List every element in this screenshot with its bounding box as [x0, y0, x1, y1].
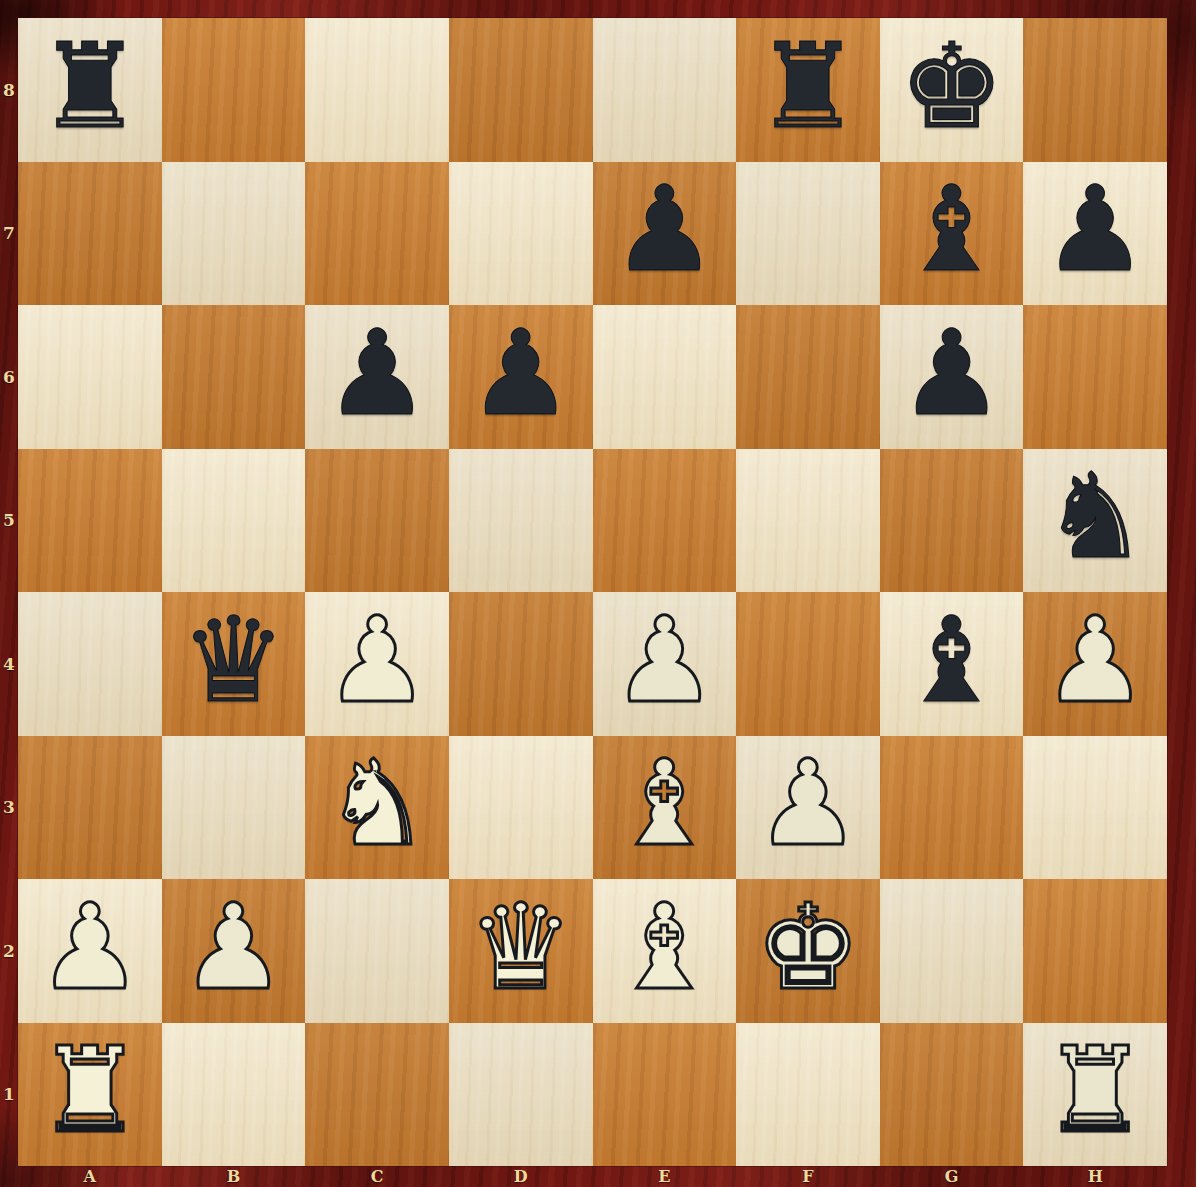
- square-c3[interactable]: ♞: [305, 736, 449, 880]
- square-c6[interactable]: ♟: [305, 305, 449, 449]
- square-e5[interactable]: [593, 449, 737, 593]
- square-e6[interactable]: [593, 305, 737, 449]
- square-b4[interactable]: ♛: [162, 592, 306, 736]
- square-a1[interactable]: ♜: [18, 1023, 162, 1167]
- square-f2[interactable]: ♚: [736, 879, 880, 1023]
- file-label-e: E: [593, 1166, 737, 1187]
- square-e3[interactable]: ♝: [593, 736, 737, 880]
- square-c5[interactable]: [305, 449, 449, 593]
- square-c8[interactable]: [305, 18, 449, 162]
- rank-label-7: 7: [0, 162, 18, 306]
- file-label-a: A: [18, 1166, 162, 1187]
- square-d8[interactable]: [449, 18, 593, 162]
- square-h3[interactable]: [1023, 736, 1167, 880]
- black-pawn-h7: ♟: [1042, 170, 1148, 288]
- black-pawn-g6: ♟: [899, 314, 1005, 432]
- square-a4[interactable]: [18, 592, 162, 736]
- white-pawn-c4: ♟: [324, 601, 430, 719]
- scan-edge: [1196, 0, 1200, 1187]
- black-pawn-e7: ♟: [611, 170, 717, 288]
- rank-label-1: 1: [0, 1023, 18, 1167]
- black-king-g8: ♚: [899, 27, 1005, 145]
- white-rook-h1: ♜: [1042, 1031, 1148, 1149]
- square-e2[interactable]: ♝: [593, 879, 737, 1023]
- black-bishop-g4: ♝: [899, 601, 1005, 719]
- square-b7[interactable]: [162, 162, 306, 306]
- square-d3[interactable]: [449, 736, 593, 880]
- square-c7[interactable]: [305, 162, 449, 306]
- square-a6[interactable]: [18, 305, 162, 449]
- square-a7[interactable]: [18, 162, 162, 306]
- white-bishop-e3: ♝: [611, 744, 717, 862]
- file-label-d: D: [449, 1166, 593, 1187]
- square-g8[interactable]: ♚: [880, 18, 1024, 162]
- square-d4[interactable]: [449, 592, 593, 736]
- square-h1[interactable]: ♜: [1023, 1023, 1167, 1167]
- white-pawn-f3: ♟: [755, 744, 861, 862]
- square-d7[interactable]: [449, 162, 593, 306]
- white-pawn-h4: ♟: [1042, 601, 1148, 719]
- square-g6[interactable]: ♟: [880, 305, 1024, 449]
- rank-label-5: 5: [0, 449, 18, 593]
- square-g2[interactable]: [880, 879, 1024, 1023]
- file-label-c: C: [305, 1166, 449, 1187]
- square-g7[interactable]: ♝: [880, 162, 1024, 306]
- square-f5[interactable]: [736, 449, 880, 593]
- square-f4[interactable]: [736, 592, 880, 736]
- square-h7[interactable]: ♟: [1023, 162, 1167, 306]
- square-d1[interactable]: [449, 1023, 593, 1167]
- black-queen-b4: ♛: [181, 601, 287, 719]
- rank-label-6: 6: [0, 305, 18, 449]
- black-knight-h5: ♞: [1042, 457, 1148, 575]
- square-d2[interactable]: ♛: [449, 879, 593, 1023]
- square-e7[interactable]: ♟: [593, 162, 737, 306]
- square-h8[interactable]: [1023, 18, 1167, 162]
- square-d5[interactable]: [449, 449, 593, 593]
- white-pawn-e4: ♟: [611, 601, 717, 719]
- white-queen-d2: ♛: [468, 888, 574, 1006]
- rank-label-3: 3: [0, 736, 18, 880]
- square-e1[interactable]: [593, 1023, 737, 1167]
- black-rook-a8: ♜: [37, 27, 143, 145]
- square-h6[interactable]: [1023, 305, 1167, 449]
- square-b5[interactable]: [162, 449, 306, 593]
- square-f8[interactable]: ♜: [736, 18, 880, 162]
- black-pawn-c6: ♟: [324, 314, 430, 432]
- square-b8[interactable]: [162, 18, 306, 162]
- square-g3[interactable]: [880, 736, 1024, 880]
- file-labels: ABCDEFGH: [18, 1166, 1167, 1187]
- file-label-g: G: [880, 1166, 1024, 1187]
- square-f3[interactable]: ♟: [736, 736, 880, 880]
- square-e8[interactable]: [593, 18, 737, 162]
- file-label-f: F: [736, 1166, 880, 1187]
- square-g5[interactable]: [880, 449, 1024, 593]
- white-pawn-a2: ♟: [37, 888, 143, 1006]
- square-h4[interactable]: ♟: [1023, 592, 1167, 736]
- rank-label-8: 8: [0, 18, 18, 162]
- black-rook-f8: ♜: [755, 27, 861, 145]
- white-pawn-b2: ♟: [181, 888, 287, 1006]
- square-g1[interactable]: [880, 1023, 1024, 1167]
- square-h2[interactable]: [1023, 879, 1167, 1023]
- file-label-b: B: [162, 1166, 306, 1187]
- rank-labels: 87654321: [0, 18, 18, 1166]
- square-g4[interactable]: ♝: [880, 592, 1024, 736]
- black-bishop-g7: ♝: [899, 170, 1005, 288]
- square-b6[interactable]: [162, 305, 306, 449]
- square-f6[interactable]: [736, 305, 880, 449]
- square-h5[interactable]: ♞: [1023, 449, 1167, 593]
- square-a5[interactable]: [18, 449, 162, 593]
- white-knight-c3: ♞: [324, 744, 430, 862]
- square-b1[interactable]: [162, 1023, 306, 1167]
- square-a8[interactable]: ♜: [18, 18, 162, 162]
- square-c1[interactable]: [305, 1023, 449, 1167]
- square-b2[interactable]: ♟: [162, 879, 306, 1023]
- black-pawn-d6: ♟: [468, 314, 574, 432]
- white-rook-a1: ♜: [37, 1031, 143, 1149]
- file-label-h: H: [1023, 1166, 1167, 1187]
- chess-board: ♜♜♚♟♝♟♟♟♟♞♛♟♟♝♟♞♝♟♟♟♛♝♚♜♜: [18, 18, 1167, 1166]
- square-e4[interactable]: ♟: [593, 592, 737, 736]
- rank-label-2: 2: [0, 879, 18, 1023]
- square-c2[interactable]: [305, 879, 449, 1023]
- white-king-f2: ♚: [755, 888, 861, 1006]
- square-a2[interactable]: ♟: [18, 879, 162, 1023]
- rank-label-4: 4: [0, 592, 18, 736]
- square-a3[interactable]: [18, 736, 162, 880]
- square-d6[interactable]: ♟: [449, 305, 593, 449]
- square-b3[interactable]: [162, 736, 306, 880]
- white-bishop-e2: ♝: [611, 888, 717, 1006]
- square-c4[interactable]: ♟: [305, 592, 449, 736]
- square-f7[interactable]: [736, 162, 880, 306]
- chess-diagram: 87654321 ABCDEFGH ♜♜♚♟♝♟♟♟♟♞♛♟♟♝♟♞♝♟♟♟♛♝…: [0, 0, 1200, 1187]
- square-f1[interactable]: [736, 1023, 880, 1167]
